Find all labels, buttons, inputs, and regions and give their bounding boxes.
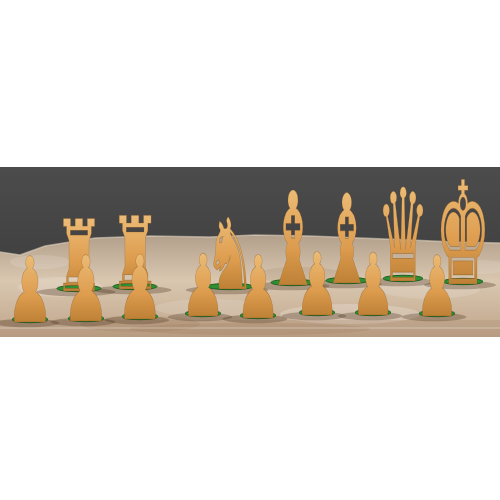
chess-pieces-scene: ♜♜♞♝♝♛♚♟♟♟♟♟♟♟♟: [0, 167, 500, 337]
svg-text:♟: ♟: [351, 235, 396, 335]
auction-photo-page: { "game": "chess", "scene_title": "Boxwo…: [0, 0, 500, 500]
svg-text:♟: ♟: [117, 236, 163, 337]
svg-text:♟: ♟: [294, 234, 339, 336]
svg-text:♟: ♟: [6, 238, 53, 337]
svg-text:♟: ♟: [415, 238, 459, 336]
svg-text:♟: ♟: [62, 237, 109, 337]
svg-text:♟: ♟: [235, 237, 280, 337]
svg-text:♟: ♟: [181, 236, 226, 336]
chess-set-photo: ♜♜♞♝♝♛♚♟♟♟♟♟♟♟♟: [0, 167, 500, 337]
